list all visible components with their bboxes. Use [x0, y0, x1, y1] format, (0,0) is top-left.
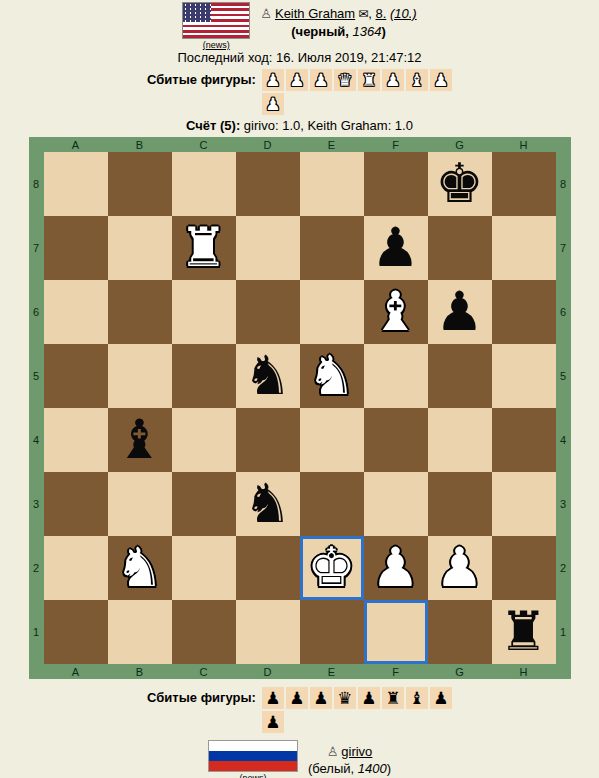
square-a7[interactable]	[44, 216, 108, 280]
captured-top-section: Сбитые фигуры: ♟♟♟♛♜♟♝♟♟	[0, 69, 599, 115]
captured-piece-cell: ♟	[286, 69, 308, 91]
square-a6[interactable]	[44, 280, 108, 344]
black-bishop-piece: ♝	[409, 690, 424, 707]
square-e1[interactable]	[300, 600, 364, 664]
captured-piece-cell: ♛	[334, 69, 356, 91]
board-corner	[556, 137, 571, 152]
square-f7[interactable]: ♟	[364, 216, 428, 280]
square-a4[interactable]	[44, 408, 108, 472]
news-link-top[interactable]: (news)	[203, 40, 230, 50]
pawn-icon: ♙	[260, 6, 272, 21]
square-b7[interactable]	[108, 216, 172, 280]
square-e7[interactable]	[300, 216, 364, 280]
file-label: B	[108, 664, 172, 679]
black-knight-piece: ♞	[243, 477, 291, 531]
captured-piece-cell: ♜	[358, 69, 380, 91]
square-h5[interactable]	[492, 344, 556, 408]
square-e8[interactable]	[300, 152, 364, 216]
square-g7[interactable]	[428, 216, 492, 280]
square-b6[interactable]	[108, 280, 172, 344]
file-label: A	[44, 137, 108, 152]
file-label: H	[492, 664, 556, 679]
white-pawn-piece: ♟	[433, 72, 448, 89]
white-pawn-piece: ♟	[265, 72, 280, 89]
square-h4[interactable]	[492, 408, 556, 472]
chess-board: ABCDEFGH8♚87♜♟76♝♟65♞♞54♝43♞32♞♚♟♟21♜1AB…	[29, 137, 571, 679]
top-flag-column: (news)	[182, 2, 250, 50]
square-d7[interactable]	[236, 216, 300, 280]
square-c3[interactable]	[172, 472, 236, 536]
score-values: girivo: 1.0, Keith Graham: 1.0	[240, 118, 413, 133]
white-queen-piece: ♛	[337, 72, 352, 89]
file-label: F	[364, 137, 428, 152]
captured-piece-cell: ♟	[262, 711, 284, 733]
captured-piece-cell: ♟	[382, 69, 404, 91]
black-queen-piece: ♛	[337, 690, 352, 707]
square-c7[interactable]: ♜	[172, 216, 236, 280]
black-pawn-piece: ♟	[289, 690, 304, 707]
rank-label: 2	[556, 536, 571, 600]
square-g6[interactable]: ♟	[428, 280, 492, 344]
square-d4[interactable]	[236, 408, 300, 472]
white-knight-piece: ♞	[115, 541, 163, 595]
square-b3[interactable]	[108, 472, 172, 536]
square-h6[interactable]	[492, 280, 556, 344]
rank-label: 3	[29, 472, 44, 536]
white-pawn-piece: ♟	[435, 541, 483, 595]
square-d6[interactable]	[236, 280, 300, 344]
top-rating: 1364	[352, 24, 381, 39]
black-knight-piece: ♞	[243, 349, 291, 403]
black-pawn-piece: ♟	[361, 690, 376, 707]
square-d2[interactable]	[236, 536, 300, 600]
top-player-color-rating: (черный, 1364)	[291, 23, 385, 40]
captured-piece-cell: ♟	[358, 687, 380, 709]
rank-label: 5	[29, 344, 44, 408]
move-alt-link[interactable]: (10.)	[390, 6, 417, 21]
square-e2[interactable]: ♚	[300, 536, 364, 600]
black-rook-piece: ♜	[385, 690, 400, 707]
square-a2[interactable]	[44, 536, 108, 600]
black-pawn-piece: ♟	[371, 221, 419, 275]
bottom-player-lines: ♙girivo (белый, 1400)	[308, 740, 391, 777]
white-rook-piece: ♜	[361, 72, 376, 89]
captured-bottom-label: Сбитые фигуры:	[147, 687, 256, 709]
top-player-name-link[interactable]: Keith Graham	[275, 6, 355, 21]
square-g8[interactable]: ♚	[428, 152, 492, 216]
captured-top-label: Сбитые фигуры:	[147, 69, 256, 91]
white-pawn-piece: ♟	[289, 72, 304, 89]
captured-piece-cell: ♟	[262, 93, 284, 115]
board-corner	[29, 664, 44, 679]
square-f8[interactable]	[364, 152, 428, 216]
rank-label: 1	[29, 600, 44, 664]
square-f4[interactable]	[364, 408, 428, 472]
captured-piece-cell: ♟	[286, 687, 308, 709]
square-g4[interactable]	[428, 408, 492, 472]
square-c6[interactable]	[172, 280, 236, 344]
square-f1[interactable]	[364, 600, 428, 664]
white-king-piece: ♚	[307, 541, 355, 595]
news-link-bottom[interactable]: (news)	[239, 773, 266, 778]
top-color-close: )	[381, 24, 385, 39]
rank-label: 8	[29, 152, 44, 216]
top-player-name-line: ♙Keith Graham✉, 8. (10.)	[260, 5, 416, 23]
file-label: A	[44, 664, 108, 679]
pawn-icon: ♙	[327, 744, 339, 759]
captured-piece-cell: ♛	[334, 687, 356, 709]
square-g1[interactable]	[428, 600, 492, 664]
rank-label: 1	[556, 600, 571, 664]
square-e3[interactable]	[300, 472, 364, 536]
square-h7[interactable]	[492, 216, 556, 280]
last-move-label: Последний ход: 16. Июля 2019, 21:47:12	[0, 50, 599, 66]
rank-label: 8	[556, 152, 571, 216]
top-player-lines: ♙Keith Graham✉, 8. (10.) (черный, 1364)	[260, 2, 416, 40]
square-a8[interactable]	[44, 152, 108, 216]
square-e5[interactable]: ♞	[300, 344, 364, 408]
rank-label: 6	[29, 280, 44, 344]
square-d5[interactable]: ♞	[236, 344, 300, 408]
square-d3[interactable]: ♞	[236, 472, 300, 536]
captured-piece-cell: ♝	[406, 69, 428, 91]
rank-label: 7	[556, 216, 571, 280]
square-h8[interactable]	[492, 152, 556, 216]
black-pawn-piece: ♟	[265, 714, 280, 731]
captured-piece-cell: ♟	[430, 687, 452, 709]
black-pawn-piece: ♟	[265, 690, 280, 707]
file-label: G	[428, 664, 492, 679]
square-f3[interactable]	[364, 472, 428, 536]
square-f2[interactable]: ♟	[364, 536, 428, 600]
board-corner	[556, 664, 571, 679]
square-a5[interactable]	[44, 344, 108, 408]
bottom-color-label: (белый,	[308, 761, 358, 776]
captured-bottom-section: Сбитые фигуры: ♟♟♟♛♟♜♝♟♟	[0, 687, 599, 733]
board-corner	[29, 137, 44, 152]
bottom-player-block: (news) ♙girivo (белый, 1400)	[0, 738, 599, 778]
file-label: B	[108, 137, 172, 152]
white-pawn-piece: ♟	[313, 72, 328, 89]
rank-label: 6	[556, 280, 571, 344]
square-b2[interactable]: ♞	[108, 536, 172, 600]
square-c2[interactable]	[172, 536, 236, 600]
square-c8[interactable]	[172, 152, 236, 216]
bottom-rating: 1400	[358, 761, 387, 776]
black-bishop-piece: ♝	[115, 413, 163, 467]
file-label: D	[236, 664, 300, 679]
score-line: Счёт (5): girivo: 1.0, Keith Graham: 1.0	[0, 117, 599, 134]
top-color-label: (черный,	[291, 24, 352, 39]
square-b4[interactable]: ♝	[108, 408, 172, 472]
square-a1[interactable]	[44, 600, 108, 664]
rank-label: 2	[29, 536, 44, 600]
bottom-player-name-line: ♙girivo	[327, 743, 373, 760]
square-b1[interactable]	[108, 600, 172, 664]
file-label: D	[236, 137, 300, 152]
captured-piece-cell: ♜	[382, 687, 404, 709]
white-pawn-piece: ♟	[371, 541, 419, 595]
white-pawn-piece: ♟	[385, 72, 400, 89]
rank-label: 4	[556, 408, 571, 472]
file-label: E	[300, 137, 364, 152]
file-label: C	[172, 664, 236, 679]
white-rook-piece: ♜	[179, 221, 227, 275]
square-g5[interactable]	[428, 344, 492, 408]
bottom-player-name-link[interactable]: girivo	[341, 744, 372, 759]
square-h3[interactable]	[492, 472, 556, 536]
file-label: H	[492, 137, 556, 152]
score-label: Счёт (5):	[186, 118, 240, 133]
square-b5[interactable]	[108, 344, 172, 408]
square-e6[interactable]	[300, 280, 364, 344]
rank-label: 4	[29, 408, 44, 472]
square-e4[interactable]	[300, 408, 364, 472]
square-f5[interactable]	[364, 344, 428, 408]
captured-piece-cell: ♟	[310, 687, 332, 709]
square-f6[interactable]: ♝	[364, 280, 428, 344]
square-b8[interactable]	[108, 152, 172, 216]
captured-piece-cell: ♟	[262, 69, 284, 91]
white-bishop-piece: ♝	[409, 72, 424, 89]
russia-flag	[208, 740, 298, 772]
square-d1[interactable]	[236, 600, 300, 664]
rank-label: 3	[556, 472, 571, 536]
black-pawn-piece: ♟	[313, 690, 328, 707]
bottom-flag-column: (news)	[208, 740, 298, 778]
square-h1[interactable]: ♜	[492, 600, 556, 664]
file-label: F	[364, 664, 428, 679]
square-d8[interactable]	[236, 152, 300, 216]
top-player-block: (news) ♙Keith Graham✉, 8. (10.) (черный,…	[0, 0, 599, 50]
envelope-icon: ✉	[358, 7, 368, 21]
file-label: G	[428, 137, 492, 152]
captured-piece-cell: ♝	[406, 687, 428, 709]
captured-piece-cell: ♟	[310, 69, 332, 91]
file-label: C	[172, 137, 236, 152]
black-pawn-piece: ♟	[435, 285, 483, 339]
square-g3[interactable]	[428, 472, 492, 536]
black-rook-piece: ♜	[499, 605, 547, 659]
rank-label: 7	[29, 216, 44, 280]
captured-piece-cell: ♟	[262, 687, 284, 709]
square-c1[interactable]	[172, 600, 236, 664]
file-label: E	[300, 664, 364, 679]
rank-label: 5	[556, 344, 571, 408]
black-king-piece: ♚	[435, 157, 483, 211]
square-h2[interactable]	[492, 536, 556, 600]
captured-piece-cell: ♟	[430, 69, 452, 91]
captured-top-tray: ♟♟♟♛♜♟♝♟♟	[262, 69, 452, 115]
captured-bottom-tray: ♟♟♟♛♟♜♝♟♟	[262, 687, 452, 733]
square-c4[interactable]	[172, 408, 236, 472]
white-knight-piece: ♞	[307, 349, 355, 403]
usa-flag	[182, 2, 250, 39]
bottom-player-color-rating: (белый, 1400)	[308, 760, 391, 777]
bottom-color-close: )	[387, 761, 391, 776]
square-c5[interactable]	[172, 344, 236, 408]
square-a3[interactable]	[44, 472, 108, 536]
white-pawn-piece: ♟	[265, 96, 280, 113]
move-number-link[interactable]: 8.	[375, 6, 386, 21]
square-g2[interactable]: ♟	[428, 536, 492, 600]
white-bishop-piece: ♝	[371, 285, 419, 339]
black-pawn-piece: ♟	[433, 690, 448, 707]
